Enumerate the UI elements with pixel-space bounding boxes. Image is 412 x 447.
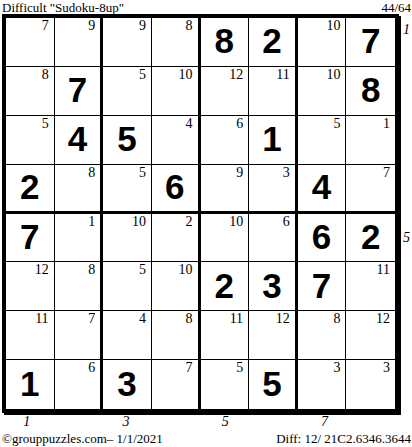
cell-r3c3[interactable]: 5 xyxy=(103,116,152,165)
cell-r5c4[interactable]: 2 xyxy=(152,214,201,263)
cell-r8c7[interactable]: 3 xyxy=(298,360,347,409)
clue-number: 7 xyxy=(88,311,95,326)
given-number: 8 xyxy=(361,72,380,107)
cell-r1c8[interactable]: 7 xyxy=(346,18,395,67)
given-number: 6 xyxy=(165,169,184,204)
given-number: 8 xyxy=(215,23,234,58)
row-label-5: 5 xyxy=(403,230,410,246)
cell-r2c3[interactable]: 5 xyxy=(103,67,152,116)
given-number: 3 xyxy=(262,268,281,303)
cell-r7c8[interactable]: 12 xyxy=(346,311,395,360)
clue-number: 5 xyxy=(139,67,146,82)
clue-number: 11 xyxy=(35,311,48,326)
clue-number: 8 xyxy=(42,67,49,82)
col-label-slot-1: 1 xyxy=(2,414,52,430)
cell-r7c3[interactable]: 4 xyxy=(103,311,152,360)
clue-number: 5 xyxy=(236,360,243,375)
clue-number: 5 xyxy=(139,165,146,180)
clue-number: 3 xyxy=(383,360,390,375)
cell-r5c1[interactable]: 7 xyxy=(6,214,55,263)
given-number: 7 xyxy=(312,268,331,303)
clue-number: 8 xyxy=(186,18,193,33)
cell-r8c2[interactable]: 6 xyxy=(55,360,104,409)
clue-number: 9 xyxy=(88,18,95,33)
cell-r6c3[interactable]: 5 xyxy=(103,262,152,311)
cell-r1c6[interactable]: 2 xyxy=(249,18,298,67)
cell-r5c3[interactable]: 10 xyxy=(103,214,152,263)
given-number: 2 xyxy=(262,23,281,58)
clue-number: 10 xyxy=(132,214,146,229)
cell-r4c2[interactable]: 8 xyxy=(55,165,104,214)
cell-r3c7[interactable]: 5 xyxy=(298,116,347,165)
clue-number: 1 xyxy=(383,116,390,131)
cell-r5c8[interactable]: 2 xyxy=(346,214,395,263)
given-number: 6 xyxy=(312,219,331,254)
row-label-1: 1 xyxy=(403,22,410,38)
cell-r4c4[interactable]: 6 xyxy=(152,165,201,214)
col-label-slot-2 xyxy=(52,414,102,430)
cell-r2c1[interactable]: 8 xyxy=(6,67,55,116)
clue-number: 7 xyxy=(186,360,193,375)
cell-r8c1[interactable]: 1 xyxy=(6,360,55,409)
given-number: 2 xyxy=(215,268,234,303)
cell-r6c7[interactable]: 7 xyxy=(298,262,347,311)
cell-r2c4[interactable]: 10 xyxy=(152,67,201,116)
cell-r2c5[interactable]: 12 xyxy=(201,67,250,116)
cell-r4c5[interactable]: 9 xyxy=(201,165,250,214)
col-label-slot-4 xyxy=(151,414,201,430)
cell-r4c3[interactable]: 5 xyxy=(103,165,152,214)
clue-number: 9 xyxy=(139,18,146,33)
cell-r1c7[interactable]: 10 xyxy=(298,18,347,67)
given-number: 2 xyxy=(361,219,380,254)
clue-number: 10 xyxy=(326,18,340,33)
given-number: 4 xyxy=(312,169,331,204)
clue-number: 8 xyxy=(88,165,95,180)
cell-r3c4[interactable]: 4 xyxy=(152,116,201,165)
given-number: 7 xyxy=(361,23,380,58)
given-number: 7 xyxy=(68,72,87,107)
col-label-slot-5: 5 xyxy=(201,414,251,430)
cell-r1c1[interactable]: 7 xyxy=(6,18,55,67)
clue-number: 7 xyxy=(42,18,49,33)
cell-r8c5[interactable]: 5 xyxy=(201,360,250,409)
clue-number: 11 xyxy=(276,67,289,82)
clue-number: 3 xyxy=(333,360,340,375)
copyright-text: ©grouppuzzles.com– 1/1/2021 xyxy=(2,431,163,447)
col-label-slot-3: 3 xyxy=(101,414,151,430)
cell-r8c6[interactable]: 5 xyxy=(249,360,298,409)
clue-number: 12 xyxy=(376,311,390,326)
cell-r6c1[interactable]: 12 xyxy=(6,262,55,311)
cell-r2c8[interactable]: 8 xyxy=(346,67,395,116)
clue-number: 1 xyxy=(88,214,95,229)
cell-r2c7[interactable]: 10 xyxy=(298,67,347,116)
clue-number: 3 xyxy=(283,165,290,180)
clue-number: 11 xyxy=(377,262,390,277)
clue-number: 12 xyxy=(229,67,243,82)
cell-r7c7[interactable]: 8 xyxy=(298,311,347,360)
cell-r6c4[interactable]: 10 xyxy=(152,262,201,311)
clue-number: 10 xyxy=(179,67,193,82)
given-number: 5 xyxy=(262,366,281,401)
clue-number: 11 xyxy=(230,311,243,326)
cell-r1c4[interactable]: 8 xyxy=(152,18,201,67)
cell-r6c5[interactable]: 2 xyxy=(201,262,250,311)
cell-r8c3[interactable]: 3 xyxy=(103,360,152,409)
given-number: 3 xyxy=(117,366,136,401)
col-label-slot-8 xyxy=(349,414,399,430)
clue-number: 10 xyxy=(326,67,340,82)
cell-r3c8[interactable]: 1 xyxy=(346,116,395,165)
cell-r1c3[interactable]: 9 xyxy=(103,18,152,67)
given-number: 7 xyxy=(20,219,39,254)
cell-r3c6[interactable]: 1 xyxy=(249,116,298,165)
cell-r7c5[interactable]: 11 xyxy=(201,311,250,360)
clue-number: 8 xyxy=(88,262,95,277)
cell-r8c4[interactable]: 7 xyxy=(152,360,201,409)
cell-r3c5[interactable]: 6 xyxy=(201,116,250,165)
given-number: 5 xyxy=(117,121,136,156)
cell-r2c2[interactable]: 7 xyxy=(55,67,104,116)
clue-number: 5 xyxy=(42,116,49,131)
cell-r5c5[interactable]: 10 xyxy=(201,214,250,263)
clue-number: 8 xyxy=(186,311,193,326)
col-label-slot-7: 7 xyxy=(300,414,350,430)
clue-number: 12 xyxy=(276,311,290,326)
cell-r6c2[interactable]: 8 xyxy=(55,262,104,311)
cell-r7c4[interactable]: 8 xyxy=(152,311,201,360)
given-number: 1 xyxy=(262,121,281,156)
cell-r7c2[interactable]: 7 xyxy=(55,311,104,360)
clue-number: 6 xyxy=(283,214,290,229)
cell-r4c8[interactable]: 7 xyxy=(346,165,395,214)
cell-r8c8[interactable]: 3 xyxy=(346,360,395,409)
cell-r6c6[interactable]: 3 xyxy=(249,262,298,311)
clue-number: 6 xyxy=(236,116,243,131)
cell-r1c2[interactable]: 9 xyxy=(55,18,104,67)
clue-number: 7 xyxy=(383,165,390,180)
clue-number: 4 xyxy=(186,116,193,131)
cell-r5c2[interactable]: 1 xyxy=(55,214,104,263)
sudoku-board: 7998821078751012111085454615128569347711… xyxy=(2,14,399,413)
cell-r2c6[interactable]: 11 xyxy=(249,67,298,116)
clue-number: 6 xyxy=(88,360,95,375)
clue-number: 10 xyxy=(229,214,243,229)
cell-r4c1[interactable]: 2 xyxy=(6,165,55,214)
clue-number: 5 xyxy=(333,116,340,131)
clue-number: 4 xyxy=(139,311,146,326)
cell-r1c5[interactable]: 8 xyxy=(201,18,250,67)
cell-r4c7[interactable]: 4 xyxy=(298,165,347,214)
given-number: 4 xyxy=(68,121,87,156)
clue-number: 2 xyxy=(186,214,193,229)
cell-r5c7[interactable]: 6 xyxy=(298,214,347,263)
cell-r4c6[interactable]: 3 xyxy=(249,165,298,214)
clue-number: 12 xyxy=(35,262,49,277)
column-labels: 1357 xyxy=(2,414,399,430)
given-number: 1 xyxy=(20,366,39,401)
col-label-slot-6 xyxy=(250,414,300,430)
given-number: 2 xyxy=(20,169,39,204)
difficulty-code: Diff: 12/ 21C2.6346.3644 xyxy=(276,431,411,447)
cell-r3c1[interactable]: 5 xyxy=(6,116,55,165)
cell-r5c6[interactable]: 6 xyxy=(249,214,298,263)
cell-r7c1[interactable]: 11 xyxy=(6,311,55,360)
clue-number: 8 xyxy=(333,311,340,326)
cell-r3c2[interactable]: 4 xyxy=(55,116,104,165)
clue-number: 9 xyxy=(236,165,243,180)
clue-number: 10 xyxy=(179,262,193,277)
cell-r6c8[interactable]: 11 xyxy=(346,262,395,311)
cell-r7c6[interactable]: 12 xyxy=(249,311,298,360)
clue-number: 5 xyxy=(139,262,146,277)
